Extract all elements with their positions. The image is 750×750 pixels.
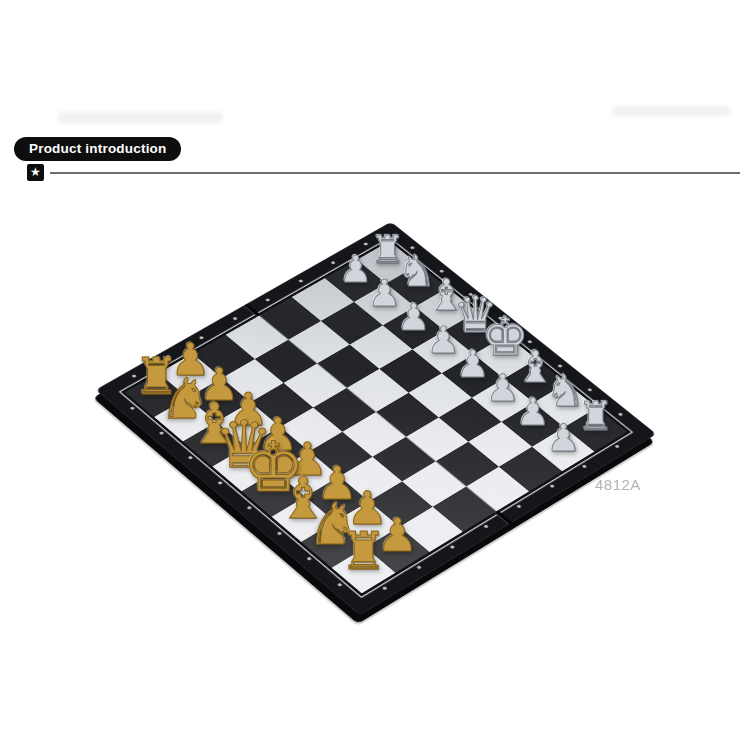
board-field	[125, 241, 627, 593]
product-introduction-tag: Product introduction	[14, 137, 181, 161]
product-image: Product introduction ★ ♜♞♝♛♚♝♞♜♟♟♟♟♟♟♟♟♟…	[0, 0, 750, 750]
product-model-code: 4812A	[595, 476, 641, 493]
product-introduction-label: Product introduction	[29, 141, 166, 156]
section-divider-line	[50, 172, 740, 174]
star-icon: ★	[30, 165, 41, 179]
watermark-smudge	[612, 106, 730, 116]
watermark-smudge	[58, 112, 223, 123]
chessboard-3d	[95, 222, 656, 616]
star-icon-box: ★	[27, 164, 44, 181]
